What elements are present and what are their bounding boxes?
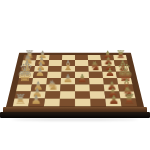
square-g4 — [60, 91, 75, 98]
piece-black-pawn: ♟ — [108, 94, 119, 106]
piece-white-rook: ♜ — [15, 93, 27, 106]
square-g5 — [75, 91, 90, 98]
square-h3 — [44, 99, 60, 107]
square-f1 — [16, 85, 32, 92]
piece-black-rook: ♜ — [123, 93, 135, 106]
piece-white-pawn: ♟ — [31, 94, 42, 106]
square-f3: ♞ — [46, 85, 61, 92]
square-g3 — [45, 91, 61, 98]
square-e1: ♚ — [18, 78, 33, 85]
piece-white-knight: ♞ — [47, 78, 59, 92]
square-h2: ♟ — [28, 99, 44, 107]
piece-black-knight: ♞ — [90, 59, 101, 72]
square-e6 — [89, 78, 104, 85]
square-f6 — [89, 85, 104, 92]
square-e4: ♟ — [61, 78, 75, 85]
square-g6 — [90, 91, 106, 98]
square-c4: ♝ — [61, 66, 75, 72]
square-h8: ♜ — [120, 99, 137, 107]
square-h6 — [90, 99, 106, 107]
square-f5 — [75, 85, 90, 92]
square-h7: ♟ — [105, 99, 121, 107]
square-d7: ♟ — [102, 72, 117, 78]
board-shadow — [12, 118, 138, 121]
square-h1: ♜ — [13, 99, 30, 107]
square-e5: ♟ — [75, 78, 89, 85]
square-h4 — [59, 99, 75, 107]
piece-white-pawn: ♟ — [63, 73, 73, 84]
square-f4 — [60, 85, 75, 92]
piece-white-pawn: ♟ — [35, 67, 45, 78]
piece-black-pawn: ♟ — [105, 67, 115, 78]
chess-set-photo: ♜♟♟♜♞♟♟♝♟♝♞♟♝♛♟♟♛♚♟♟♚♟♞♟♝♟♟♞♜♟♟♜ — [0, 0, 150, 150]
piece-black-pawn: ♟ — [77, 73, 87, 84]
piece-white-king: ♚ — [17, 67, 33, 84]
square-h5 — [75, 99, 91, 107]
piece-white-bishop: ♝ — [62, 58, 74, 72]
chess-board: ♜♟♟♜♞♟♟♝♟♝♞♟♝♛♟♟♛♚♟♟♚♟♞♟♝♟♟♞♜♟♟♜ — [5, 53, 144, 110]
square-c6: ♞ — [88, 66, 102, 72]
